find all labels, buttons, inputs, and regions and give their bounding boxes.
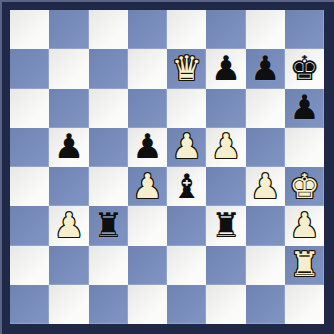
black-rook[interactable]: ♜ bbox=[211, 208, 241, 242]
white-pawn[interactable]: ♟ bbox=[211, 129, 241, 163]
square-g2[interactable] bbox=[246, 246, 285, 285]
square-e5[interactable]: ♟ bbox=[167, 128, 206, 167]
square-h8[interactable] bbox=[285, 10, 324, 49]
square-f8[interactable] bbox=[206, 10, 245, 49]
square-b7[interactable] bbox=[49, 49, 88, 88]
white-pawn[interactable]: ♟ bbox=[54, 208, 84, 242]
square-h3[interactable]: ♟ bbox=[285, 206, 324, 245]
square-c6[interactable] bbox=[89, 89, 128, 128]
square-h2[interactable]: ♜ bbox=[285, 246, 324, 285]
square-a1[interactable] bbox=[10, 285, 49, 324]
square-b6[interactable] bbox=[49, 89, 88, 128]
square-b4[interactable] bbox=[49, 167, 88, 206]
white-pawn[interactable]: ♟ bbox=[250, 169, 280, 203]
square-e1[interactable] bbox=[167, 285, 206, 324]
square-f6[interactable] bbox=[206, 89, 245, 128]
square-e7[interactable]: ♛ bbox=[167, 49, 206, 88]
square-h4[interactable]: ♚ bbox=[285, 167, 324, 206]
square-f2[interactable] bbox=[206, 246, 245, 285]
square-d8[interactable] bbox=[128, 10, 167, 49]
square-a6[interactable] bbox=[10, 89, 49, 128]
square-e2[interactable] bbox=[167, 246, 206, 285]
black-king[interactable]: ♚ bbox=[289, 51, 319, 85]
square-a8[interactable] bbox=[10, 10, 49, 49]
square-b3[interactable]: ♟ bbox=[49, 206, 88, 245]
square-e4[interactable]: ♝ bbox=[167, 167, 206, 206]
square-a4[interactable] bbox=[10, 167, 49, 206]
square-f5[interactable]: ♟ bbox=[206, 128, 245, 167]
square-a5[interactable] bbox=[10, 128, 49, 167]
white-king[interactable]: ♚ bbox=[289, 169, 319, 203]
square-e3[interactable] bbox=[167, 206, 206, 245]
square-c5[interactable] bbox=[89, 128, 128, 167]
black-pawn[interactable]: ♟ bbox=[250, 51, 280, 85]
square-c4[interactable] bbox=[89, 167, 128, 206]
square-a2[interactable] bbox=[10, 246, 49, 285]
white-queen[interactable]: ♛ bbox=[171, 51, 201, 85]
black-rook[interactable]: ♜ bbox=[93, 208, 123, 242]
square-f3[interactable]: ♜ bbox=[206, 206, 245, 245]
square-e6[interactable] bbox=[167, 89, 206, 128]
square-f4[interactable] bbox=[206, 167, 245, 206]
white-pawn[interactable]: ♟ bbox=[289, 208, 319, 242]
square-g5[interactable] bbox=[246, 128, 285, 167]
square-f7[interactable]: ♟ bbox=[206, 49, 245, 88]
square-g7[interactable]: ♟ bbox=[246, 49, 285, 88]
square-c3[interactable]: ♜ bbox=[89, 206, 128, 245]
black-pawn[interactable]: ♟ bbox=[211, 51, 241, 85]
black-pawn[interactable]: ♟ bbox=[289, 90, 319, 124]
square-d6[interactable] bbox=[128, 89, 167, 128]
square-h5[interactable] bbox=[285, 128, 324, 167]
square-g1[interactable] bbox=[246, 285, 285, 324]
square-g6[interactable] bbox=[246, 89, 285, 128]
white-pawn[interactable]: ♟ bbox=[132, 169, 162, 203]
black-pawn[interactable]: ♟ bbox=[132, 129, 162, 163]
square-c1[interactable] bbox=[89, 285, 128, 324]
square-d7[interactable] bbox=[128, 49, 167, 88]
black-pawn[interactable]: ♟ bbox=[54, 129, 84, 163]
square-c8[interactable] bbox=[89, 10, 128, 49]
square-c2[interactable] bbox=[89, 246, 128, 285]
square-b1[interactable] bbox=[49, 285, 88, 324]
square-g8[interactable] bbox=[246, 10, 285, 49]
white-pawn[interactable]: ♟ bbox=[171, 129, 201, 163]
square-d2[interactable] bbox=[128, 246, 167, 285]
square-d5[interactable]: ♟ bbox=[128, 128, 167, 167]
square-b8[interactable] bbox=[49, 10, 88, 49]
square-d4[interactable]: ♟ bbox=[128, 167, 167, 206]
square-e8[interactable] bbox=[167, 10, 206, 49]
board-frame: ♛♟♟♚♟♟♟♟♟♟♝♟♚♟♜♜♟♜ bbox=[0, 0, 334, 334]
square-h7[interactable]: ♚ bbox=[285, 49, 324, 88]
square-a7[interactable] bbox=[10, 49, 49, 88]
square-c7[interactable] bbox=[89, 49, 128, 88]
square-h1[interactable] bbox=[285, 285, 324, 324]
square-b2[interactable] bbox=[49, 246, 88, 285]
square-b5[interactable]: ♟ bbox=[49, 128, 88, 167]
square-h6[interactable]: ♟ bbox=[285, 89, 324, 128]
square-g4[interactable]: ♟ bbox=[246, 167, 285, 206]
square-g3[interactable] bbox=[246, 206, 285, 245]
square-f1[interactable] bbox=[206, 285, 245, 324]
square-d3[interactable] bbox=[128, 206, 167, 245]
square-a3[interactable] bbox=[10, 206, 49, 245]
white-rook[interactable]: ♜ bbox=[289, 247, 319, 281]
square-d1[interactable] bbox=[128, 285, 167, 324]
black-bishop[interactable]: ♝ bbox=[171, 169, 201, 203]
chess-board: ♛♟♟♚♟♟♟♟♟♟♝♟♚♟♜♜♟♜ bbox=[10, 10, 324, 324]
